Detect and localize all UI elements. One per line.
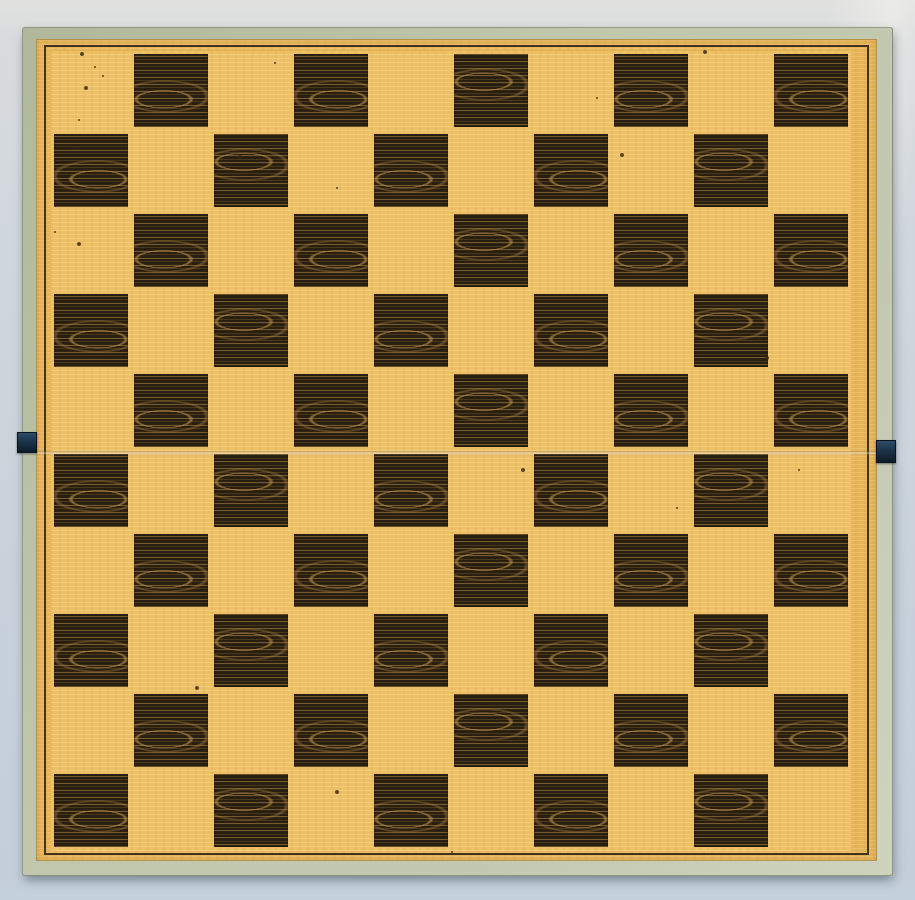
square-r10c8[interactable] bbox=[611, 771, 691, 851]
square-r4c8[interactable] bbox=[611, 291, 691, 371]
square-r2c4[interactable] bbox=[291, 131, 371, 211]
square-r8c2[interactable] bbox=[131, 611, 211, 691]
square-r10c6[interactable] bbox=[451, 771, 531, 851]
square-r8c5[interactable] bbox=[371, 611, 451, 691]
square-r5c2[interactable] bbox=[131, 371, 211, 451]
square-r8c10[interactable] bbox=[771, 611, 851, 691]
square-r3c1[interactable] bbox=[51, 211, 131, 291]
square-r5c6[interactable] bbox=[451, 371, 531, 451]
square-r1c2[interactable] bbox=[131, 51, 211, 131]
square-r1c5[interactable] bbox=[371, 51, 451, 131]
square-r9c10[interactable] bbox=[771, 691, 851, 771]
square-r7c8[interactable] bbox=[611, 531, 691, 611]
square-r3c10[interactable] bbox=[771, 211, 851, 291]
square-r5c3[interactable] bbox=[211, 371, 291, 451]
photo-background bbox=[0, 0, 915, 900]
square-r3c4[interactable] bbox=[291, 211, 371, 291]
square-r10c7[interactable] bbox=[531, 771, 611, 851]
square-r1c1[interactable] bbox=[51, 51, 131, 131]
square-r8c6[interactable] bbox=[451, 611, 531, 691]
square-r7c7[interactable] bbox=[531, 531, 611, 611]
fold-seam bbox=[22, 451, 893, 455]
square-r4c1[interactable] bbox=[51, 291, 131, 371]
square-r9c9[interactable] bbox=[691, 691, 771, 771]
square-r5c10[interactable] bbox=[771, 371, 851, 451]
square-r4c3[interactable] bbox=[211, 291, 291, 371]
square-r9c6[interactable] bbox=[451, 691, 531, 771]
square-r9c4[interactable] bbox=[291, 691, 371, 771]
square-r1c9[interactable] bbox=[691, 51, 771, 131]
square-r7c10[interactable] bbox=[771, 531, 851, 611]
square-r7c5[interactable] bbox=[371, 531, 451, 611]
square-r1c7[interactable] bbox=[531, 51, 611, 131]
square-r6c5[interactable] bbox=[371, 451, 451, 531]
square-r7c3[interactable] bbox=[211, 531, 291, 611]
square-r7c2[interactable] bbox=[131, 531, 211, 611]
square-r5c1[interactable] bbox=[51, 371, 131, 451]
square-r5c7[interactable] bbox=[531, 371, 611, 451]
square-r5c5[interactable] bbox=[371, 371, 451, 451]
square-r10c4[interactable] bbox=[291, 771, 371, 851]
square-r6c10[interactable] bbox=[771, 451, 851, 531]
hinge-clasp-right bbox=[876, 440, 896, 463]
square-r10c1[interactable] bbox=[51, 771, 131, 851]
square-r2c3[interactable] bbox=[211, 131, 291, 211]
square-r8c1[interactable] bbox=[51, 611, 131, 691]
square-r4c9[interactable] bbox=[691, 291, 771, 371]
square-r9c5[interactable] bbox=[371, 691, 451, 771]
square-r7c9[interactable] bbox=[691, 531, 771, 611]
square-r6c1[interactable] bbox=[51, 451, 131, 531]
square-r8c4[interactable] bbox=[291, 611, 371, 691]
square-r9c7[interactable] bbox=[531, 691, 611, 771]
square-r4c6[interactable] bbox=[451, 291, 531, 371]
square-r8c9[interactable] bbox=[691, 611, 771, 691]
square-r2c6[interactable] bbox=[451, 131, 531, 211]
square-r6c6[interactable] bbox=[451, 451, 531, 531]
square-r10c9[interactable] bbox=[691, 771, 771, 851]
square-r4c2[interactable] bbox=[131, 291, 211, 371]
square-r6c3[interactable] bbox=[211, 451, 291, 531]
square-r3c8[interactable] bbox=[611, 211, 691, 291]
square-r10c2[interactable] bbox=[131, 771, 211, 851]
square-r1c4[interactable] bbox=[291, 51, 371, 131]
square-r9c8[interactable] bbox=[611, 691, 691, 771]
square-r7c1[interactable] bbox=[51, 531, 131, 611]
square-r9c1[interactable] bbox=[51, 691, 131, 771]
square-r5c9[interactable] bbox=[691, 371, 771, 451]
square-r4c5[interactable] bbox=[371, 291, 451, 371]
square-r6c8[interactable] bbox=[611, 451, 691, 531]
square-r7c6[interactable] bbox=[451, 531, 531, 611]
square-r1c3[interactable] bbox=[211, 51, 291, 131]
square-r9c2[interactable] bbox=[131, 691, 211, 771]
square-r9c3[interactable] bbox=[211, 691, 291, 771]
square-r10c5[interactable] bbox=[371, 771, 451, 851]
square-r6c7[interactable] bbox=[531, 451, 611, 531]
square-r2c2[interactable] bbox=[131, 131, 211, 211]
square-r2c8[interactable] bbox=[611, 131, 691, 211]
square-r10c10[interactable] bbox=[771, 771, 851, 851]
square-r5c4[interactable] bbox=[291, 371, 371, 451]
square-r3c5[interactable] bbox=[371, 211, 451, 291]
square-r2c10[interactable] bbox=[771, 131, 851, 211]
square-r1c10[interactable] bbox=[771, 51, 851, 131]
square-r2c9[interactable] bbox=[691, 131, 771, 211]
square-r3c2[interactable] bbox=[131, 211, 211, 291]
square-r6c2[interactable] bbox=[131, 451, 211, 531]
square-r10c3[interactable] bbox=[211, 771, 291, 851]
square-r2c5[interactable] bbox=[371, 131, 451, 211]
square-r6c9[interactable] bbox=[691, 451, 771, 531]
board-field bbox=[36, 39, 877, 861]
square-r3c3[interactable] bbox=[211, 211, 291, 291]
hinge-clasp-left bbox=[17, 432, 37, 453]
square-r4c4[interactable] bbox=[291, 291, 371, 371]
square-r7c4[interactable] bbox=[291, 531, 371, 611]
square-r2c7[interactable] bbox=[531, 131, 611, 211]
square-r8c7[interactable] bbox=[531, 611, 611, 691]
square-r6c4[interactable] bbox=[291, 451, 371, 531]
square-r3c9[interactable] bbox=[691, 211, 771, 291]
square-r4c7[interactable] bbox=[531, 291, 611, 371]
square-r8c3[interactable] bbox=[211, 611, 291, 691]
square-r3c7[interactable] bbox=[531, 211, 611, 291]
square-r2c1[interactable] bbox=[51, 131, 131, 211]
square-r8c8[interactable] bbox=[611, 611, 691, 691]
square-r1c6[interactable] bbox=[451, 51, 531, 131]
square-r1c8[interactable] bbox=[611, 51, 691, 131]
age-specks bbox=[36, 39, 38, 41]
cloth-shadow bbox=[0, 878, 915, 900]
draughts-board bbox=[22, 27, 893, 876]
square-r3c6[interactable] bbox=[451, 211, 531, 291]
square-r5c8[interactable] bbox=[611, 371, 691, 451]
square-r4c10[interactable] bbox=[771, 291, 851, 371]
